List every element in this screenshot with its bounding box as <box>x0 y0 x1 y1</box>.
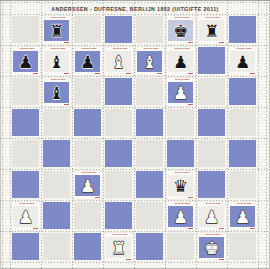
empty-square <box>74 202 101 229</box>
denomination-mark <box>188 104 193 106</box>
denomination-mark <box>95 73 100 75</box>
denomination-mark <box>250 73 255 75</box>
empty-square <box>74 233 101 260</box>
empty-square <box>74 16 101 43</box>
empty-square <box>229 78 256 105</box>
square-d5 <box>103 107 134 138</box>
square-g8: SURINAME♜ <box>196 14 227 45</box>
perforation-line-vertical <box>41 0 42 269</box>
stamp-black-bishop: SURINAME♝ <box>42 46 72 76</box>
perforation-line-horizontal <box>0 262 270 263</box>
empty-square <box>105 171 132 198</box>
empty-square <box>198 171 225 198</box>
square-g4 <box>196 138 227 169</box>
square-c4 <box>72 138 103 169</box>
square-a4 <box>10 138 41 169</box>
white-pawn-icon: ♟ <box>197 206 227 229</box>
empty-square <box>105 202 132 229</box>
denomination-mark <box>188 42 193 44</box>
stamp-black-bishop: SURINAME♝ <box>42 77 72 107</box>
empty-square <box>136 109 163 136</box>
white-pawn-icon: ♟ <box>166 82 196 105</box>
perforation-line-horizontal <box>0 169 270 170</box>
empty-square <box>12 109 39 136</box>
stamp-country-label: SURINAME <box>205 233 218 236</box>
stamp-country-label: SURINAME <box>112 233 125 236</box>
stamp-white-bishop: SURINAME♝ <box>104 46 134 76</box>
square-a1 <box>10 231 41 262</box>
denomination-mark <box>64 73 69 75</box>
denomination-mark <box>95 197 100 199</box>
square-e8 <box>134 14 165 45</box>
denomination-mark <box>64 104 69 106</box>
stamp-country-label: SURINAME <box>174 171 187 174</box>
black-king-icon: ♚ <box>166 20 196 43</box>
stamp-country-label: SURINAME <box>143 47 156 50</box>
square-e6 <box>134 76 165 107</box>
square-a2: SURINAME♟ <box>10 200 41 231</box>
empty-square <box>229 233 256 260</box>
square-e5 <box>134 107 165 138</box>
empty-square <box>74 109 101 136</box>
square-b2 <box>41 200 72 231</box>
denomination-mark <box>219 228 224 230</box>
empty-square <box>105 140 132 167</box>
perforation-line-vertical <box>258 0 259 269</box>
empty-square <box>136 202 163 229</box>
stamp-black-king: SURINAME♚ <box>166 15 196 45</box>
empty-square <box>167 140 194 167</box>
square-f5 <box>165 107 196 138</box>
perforation-line-vertical <box>134 0 135 269</box>
square-f6: SURINAME♟ <box>165 76 196 107</box>
stamp-white-bishop: SURINAME♝ <box>135 46 165 76</box>
denomination-mark <box>188 197 193 199</box>
square-f3: SURINAME♛ <box>165 169 196 200</box>
square-f4 <box>165 138 196 169</box>
perforation-line-vertical <box>165 0 166 269</box>
square-h5 <box>227 107 258 138</box>
denomination-mark <box>33 73 38 75</box>
empty-square <box>136 16 163 43</box>
perforation-line-horizontal <box>0 14 270 15</box>
stamp-black-rook: SURINAME♜ <box>197 15 227 45</box>
empty-square <box>12 16 39 43</box>
stamp-country-label: SURINAME <box>112 47 125 50</box>
empty-square <box>74 140 101 167</box>
stamp-country-label: SURINAME <box>205 202 218 205</box>
black-pawn-icon: ♟ <box>11 51 41 74</box>
stamp-white-pawn: SURINAME♟ <box>228 201 258 231</box>
empty-square <box>105 78 132 105</box>
square-c3: SURINAME♟ <box>72 169 103 200</box>
empty-square <box>198 109 225 136</box>
square-a5 <box>10 107 41 138</box>
stamp-white-pawn: SURINAME♟ <box>197 201 227 231</box>
square-e2 <box>134 200 165 231</box>
square-d7: SURINAME♝ <box>103 45 134 76</box>
square-h1 <box>227 231 258 262</box>
perforation-line-vertical <box>266 0 267 269</box>
stamp-country-label: SURINAME <box>236 202 249 205</box>
perforation-line-vertical <box>72 0 73 269</box>
denomination-mark <box>126 259 131 261</box>
square-d8 <box>103 14 134 45</box>
stamp-white-pawn: SURINAME♟ <box>73 170 103 200</box>
white-bishop-icon: ♝ <box>104 51 134 74</box>
square-d1: SURINAME♜ <box>103 231 134 262</box>
stamp-country-label: SURINAME <box>81 47 94 50</box>
square-a8 <box>10 14 41 45</box>
square-c5 <box>72 107 103 138</box>
empty-square <box>198 140 225 167</box>
black-bishop-icon: ♝ <box>42 82 72 105</box>
stamp-black-pawn: SURINAME♟ <box>228 46 258 76</box>
perforation-line-horizontal <box>0 138 270 139</box>
empty-square <box>229 16 256 43</box>
black-pawn-icon: ♟ <box>73 51 103 74</box>
white-pawn-icon: ♟ <box>166 206 196 229</box>
empty-square <box>229 171 256 198</box>
empty-square <box>12 140 39 167</box>
square-d2 <box>103 200 134 231</box>
white-pawn-icon: ♟ <box>73 175 103 198</box>
denomination-mark <box>219 42 224 44</box>
square-b5 <box>41 107 72 138</box>
square-b1 <box>41 231 72 262</box>
empty-square <box>167 109 194 136</box>
perforation-line-horizontal <box>0 107 270 108</box>
empty-square <box>43 202 70 229</box>
square-e7: SURINAME♝ <box>134 45 165 76</box>
empty-square <box>229 140 256 167</box>
square-d4 <box>103 138 134 169</box>
black-pawn-icon: ♟ <box>228 51 258 74</box>
empty-square <box>105 16 132 43</box>
square-c2 <box>72 200 103 231</box>
square-g5 <box>196 107 227 138</box>
stamp-white-pawn: SURINAME♟ <box>166 77 196 107</box>
stamp-white-pawn: SURINAME♟ <box>11 201 41 231</box>
sheet-title: ANDERSSEN - DUFRESNE, BERLIJN 1852 (UITG… <box>16 4 254 14</box>
square-c8 <box>72 14 103 45</box>
square-b3 <box>41 169 72 200</box>
stamp-country-label: SURINAME <box>81 171 94 174</box>
black-queen-icon: ♛ <box>166 175 196 198</box>
black-bishop-icon: ♝ <box>42 51 72 74</box>
perforation-line-horizontal <box>0 2 270 3</box>
empty-square <box>12 233 39 260</box>
stamp-country-label: SURINAME <box>205 16 218 19</box>
square-e4 <box>134 138 165 169</box>
perforation-line-horizontal <box>0 45 270 46</box>
empty-square <box>43 140 70 167</box>
black-rook-icon: ♜ <box>197 20 227 43</box>
empty-square <box>12 78 39 105</box>
denomination-mark <box>33 228 38 230</box>
denomination-mark <box>64 42 69 44</box>
black-pawn-icon: ♟ <box>166 51 196 74</box>
square-b8: SURINAME♜ <box>41 14 72 45</box>
empty-square <box>136 233 163 260</box>
empty-square <box>105 109 132 136</box>
stamp-black-queen: SURINAME♛ <box>166 170 196 200</box>
perforation-line-vertical <box>10 0 11 269</box>
empty-square <box>43 171 70 198</box>
white-bishop-icon: ♝ <box>135 51 165 74</box>
white-pawn-icon: ♟ <box>228 206 258 229</box>
stamp-country-label: SURINAME <box>236 47 249 50</box>
empty-square <box>136 78 163 105</box>
stamp-country-label: SURINAME <box>50 47 63 50</box>
square-c6 <box>72 76 103 107</box>
white-pawn-icon: ♟ <box>11 206 41 229</box>
square-g7 <box>196 45 227 76</box>
stamp-country-label: SURINAME <box>19 47 32 50</box>
square-h8 <box>227 14 258 45</box>
denomination-mark <box>188 228 193 230</box>
stamp-country-label: SURINAME <box>19 202 32 205</box>
perforation-line-vertical <box>2 0 3 269</box>
empty-square <box>198 78 225 105</box>
empty-square <box>229 109 256 136</box>
denomination-mark <box>188 73 193 75</box>
square-c1 <box>72 231 103 262</box>
square-b4 <box>41 138 72 169</box>
empty-square <box>43 109 70 136</box>
stamp-country-label: SURINAME <box>174 16 187 19</box>
stamp-black-pawn: SURINAME♟ <box>166 46 196 76</box>
square-h4 <box>227 138 258 169</box>
empty-square <box>136 171 163 198</box>
square-g1: SURINAME♚ <box>196 231 227 262</box>
perforation-line-vertical <box>196 0 197 269</box>
empty-square <box>167 233 194 260</box>
perforation-line-vertical <box>103 0 104 269</box>
square-g3 <box>196 169 227 200</box>
stamp-black-rook: SURINAME♜ <box>42 15 72 45</box>
square-e3 <box>134 169 165 200</box>
stamp-country-label: SURINAME <box>50 78 63 81</box>
perforation-line-horizontal <box>0 76 270 77</box>
denomination-mark <box>157 73 162 75</box>
stamp-white-pawn: SURINAME♟ <box>166 201 196 231</box>
white-rook-icon: ♜ <box>104 237 134 260</box>
empty-square <box>12 171 39 198</box>
perforation-line-horizontal <box>0 200 270 201</box>
square-d6 <box>103 76 134 107</box>
white-king-icon: ♚ <box>197 237 227 260</box>
square-g2: SURINAME♟ <box>196 200 227 231</box>
stamp-country-label: SURINAME <box>174 78 187 81</box>
perforation-line-horizontal <box>0 231 270 232</box>
black-rook-icon: ♜ <box>42 20 72 43</box>
square-f1 <box>165 231 196 262</box>
perforation-line-vertical <box>227 0 228 269</box>
stamp-white-rook: SURINAME♜ <box>104 232 134 262</box>
square-a3 <box>10 169 41 200</box>
square-d3 <box>103 169 134 200</box>
square-a6 <box>10 76 41 107</box>
square-f7: SURINAME♟ <box>165 45 196 76</box>
square-h3 <box>227 169 258 200</box>
empty-square <box>198 47 225 74</box>
square-g6 <box>196 76 227 107</box>
denomination-mark <box>126 73 131 75</box>
square-h7: SURINAME♟ <box>227 45 258 76</box>
square-e1 <box>134 231 165 262</box>
square-c7: SURINAME♟ <box>72 45 103 76</box>
empty-square <box>136 140 163 167</box>
stamp-country-label: SURINAME <box>50 16 63 19</box>
stamp-country-label: SURINAME <box>174 202 187 205</box>
empty-square <box>74 78 101 105</box>
square-f2: SURINAME♟ <box>165 200 196 231</box>
empty-square <box>43 233 70 260</box>
denomination-mark <box>219 259 224 261</box>
square-b6: SURINAME♝ <box>41 76 72 107</box>
stamp-sheet: ANDERSSEN - DUFRESNE, BERLIJN 1852 (UITG… <box>0 0 270 269</box>
square-h6 <box>227 76 258 107</box>
square-a7: SURINAME♟ <box>10 45 41 76</box>
stamp-black-pawn: SURINAME♟ <box>73 46 103 76</box>
square-f8: SURINAME♚ <box>165 14 196 45</box>
denomination-mark <box>250 228 255 230</box>
stamp-white-king: SURINAME♚ <box>197 232 227 262</box>
stamp-country-label: SURINAME <box>174 47 187 50</box>
square-h2: SURINAME♟ <box>227 200 258 231</box>
stamp-black-pawn: SURINAME♟ <box>11 46 41 76</box>
square-b7: SURINAME♝ <box>41 45 72 76</box>
